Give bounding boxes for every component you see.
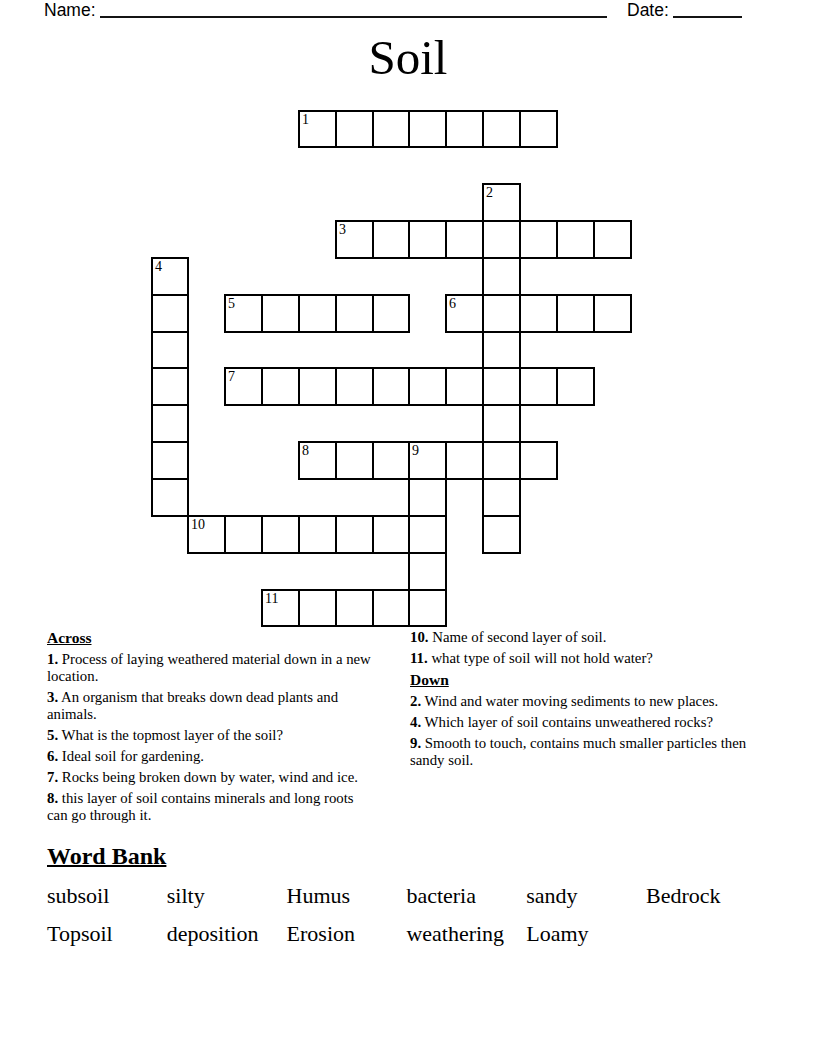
grid-cell-r5-c2[interactable]: 5 [224,294,263,333]
grid-cell-r4-c9[interactable] [482,257,521,296]
grid-cell-r9-c4[interactable]: 8 [298,441,337,480]
cell-number-11: 11 [265,592,278,606]
grid-cell-r11-c2[interactable] [224,515,263,554]
grid-cell-r0-c5[interactable] [335,110,374,148]
cell-number-7: 7 [228,370,235,384]
grid-cell-r5-c0[interactable] [151,294,189,333]
across-clues-list: 1. Process of laying weathered material … [47,651,375,824]
word-bank: Word Bank subsoilsiltyHumusbacteriasandy… [47,842,766,946]
grid-cell-r2-c9[interactable]: 2 [482,183,521,222]
down-heading: Down [410,671,750,688]
word-bank-row-1: subsoilsiltyHumusbacteriasandyBedrock [47,883,766,908]
grid-cell-r5-c9[interactable] [482,294,521,333]
down-clues-column: 10. Name of second layer of soil.11. wha… [410,629,750,773]
grid-cell-r3-c8[interactable] [445,220,484,259]
word-bank-word-silty: silty [167,883,287,908]
word-bank-word-subsoil: subsoil [47,883,167,908]
grid-cell-r9-c10[interactable] [519,441,558,480]
grid-cell-r13-c7[interactable] [408,589,447,627]
cell-number-8: 8 [302,444,309,458]
word-bank-word-erosion: Erosion [287,921,407,946]
grid-cell-r0-c10[interactable] [519,110,558,148]
grid-cell-r3-c10[interactable] [519,220,558,259]
word-bank-rows: subsoilsiltyHumusbacteriasandyBedrockTop… [47,883,766,946]
word-bank-word-loamy: Loamy [526,921,646,946]
grid-cell-r11-c4[interactable] [298,515,337,554]
grid-cell-r6-c0[interactable] [151,331,189,369]
grid-cell-r11-c1[interactable]: 10 [187,515,226,554]
grid-cell-r9-c7[interactable]: 9 [408,441,447,480]
grid-cell-r8-c0[interactable] [151,404,189,443]
grid-cell-r0-c9[interactable] [482,110,521,148]
date-blank-line[interactable] [673,0,742,18]
clue-7: 7. Rocks being broken down by water, win… [47,769,375,786]
grid-cell-r7-c2[interactable]: 7 [224,367,263,406]
cell-number-3: 3 [339,223,346,237]
grid-cell-r9-c5[interactable] [335,441,374,480]
grid-cell-r3-c11[interactable] [556,220,595,259]
grid-cell-r7-c3[interactable] [261,367,300,406]
grid-cell-r5-c10[interactable] [519,294,558,333]
grid-cell-r5-c12[interactable] [593,294,632,333]
grid-cell-r11-c7[interactable] [408,515,447,554]
grid-cell-r11-c6[interactable] [372,515,410,554]
clue-9: 9. Smooth to touch, contains much smalle… [410,735,750,769]
grid-cell-r5-c8[interactable]: 6 [445,294,484,333]
grid-cell-r0-c6[interactable] [372,110,410,148]
cell-number-6: 6 [449,297,456,311]
grid-cell-r3-c5[interactable]: 3 [335,220,374,259]
grid-cell-r13-c5[interactable] [335,589,374,627]
grid-cell-r9-c8[interactable] [445,441,484,480]
grid-cell-r13-c6[interactable] [372,589,410,627]
grid-cell-r3-c9[interactable] [482,220,521,259]
grid-cell-r8-c9[interactable] [482,404,521,443]
grid-cell-r10-c9[interactable] [482,478,521,517]
word-bank-word-deposition: deposition [167,921,287,946]
grid-cell-r5-c3[interactable] [261,294,300,333]
grid-cell-r10-c7[interactable] [408,478,447,517]
grid-cell-r0-c7[interactable] [408,110,447,148]
across-heading: Across [47,629,375,646]
grid-cell-r7-c4[interactable] [298,367,337,406]
clue-4: 4. Which layer of soil contains unweathe… [410,714,750,731]
word-bank-row-2: TopsoildepositionErosionweatheringLoamy [47,921,766,946]
clue-2: 2. Wind and water moving sediments to ne… [410,693,750,710]
clue-6: 6. Ideal soil for gardening. [47,748,375,765]
grid-cell-r3-c6[interactable] [372,220,410,259]
grid-cell-r7-c9[interactable] [482,367,521,406]
grid-cell-r13-c3[interactable]: 11 [261,589,300,627]
clue-5: 5. What is the topmost layer of the soil… [47,727,375,744]
grid-cell-r7-c6[interactable] [372,367,410,406]
grid-cell-r7-c10[interactable] [519,367,558,406]
word-bank-word-topsoil: Topsoil [47,921,167,946]
word-bank-word-bacteria: bacteria [406,883,526,908]
grid-cell-r7-c5[interactable] [335,367,374,406]
cell-number-4: 4 [155,260,162,274]
grid-cell-r7-c7[interactable] [408,367,447,406]
across-clues-column: Across 1. Process of laying weathered ma… [47,629,375,828]
clue-3: 3. An organism that breaks down dead pla… [47,689,375,723]
grid-cell-r3-c12[interactable] [593,220,632,259]
name-blank-line[interactable] [100,0,607,18]
grid-cell-r9-c0[interactable] [151,441,189,480]
grid-cell-r11-c9[interactable] [482,515,521,554]
cell-number-9: 9 [412,444,419,458]
grid-cell-r4-c0[interactable]: 4 [151,257,189,296]
grid-cell-r11-c5[interactable] [335,515,374,554]
grid-cell-r7-c8[interactable] [445,367,484,406]
word-bank-word-bedrock: Bedrock [646,883,766,908]
grid-cell-r5-c6[interactable] [372,294,410,333]
clue-10: 10. Name of second layer of soil. [410,629,750,646]
clue-1: 1. Process of laying weathered material … [47,651,375,685]
grid-cell-r0-c4[interactable]: 1 [298,110,337,148]
cell-number-5: 5 [228,297,235,311]
clue-8: 8. this layer of soil contains minerals … [47,790,375,824]
cell-number-10: 10 [191,518,205,532]
grid-cell-r0-c8[interactable] [445,110,484,148]
grid-cell-r7-c0[interactable] [151,367,189,406]
grid-cell-r11-c3[interactable] [261,515,300,554]
grid-cell-r5-c4[interactable] [298,294,337,333]
clue-11: 11. what type of soil will not hold wate… [410,650,750,667]
grid-cell-r5-c5[interactable] [335,294,374,333]
grid-cell-r12-c7[interactable] [408,552,447,591]
cell-number-2: 2 [486,186,493,200]
grid-cell-r6-c9[interactable] [482,331,521,369]
grid-cell-r10-c0[interactable] [151,478,189,517]
grid-cell-r9-c6[interactable] [372,441,410,480]
word-bank-word-sandy: sandy [526,883,646,908]
grid-cell-r5-c11[interactable] [556,294,595,333]
cell-number-1: 1 [302,113,309,127]
grid-cell-r3-c7[interactable] [408,220,447,259]
word-bank-heading: Word Bank [47,842,766,870]
page-title: Soil [0,32,816,84]
grid-cell-r9-c9[interactable] [482,441,521,480]
word-bank-word-weathering: weathering [406,921,526,946]
grid-cell-r7-c11[interactable] [556,367,595,406]
word-bank-word-humus: Humus [287,883,407,908]
date-label: Date: [627,0,669,20]
worksheet-page: Name: Date: Soil 1356789101124 Across 1.… [0,0,816,1056]
grid-cell-r13-c4[interactable] [298,589,337,627]
name-label: Name: [44,0,96,20]
right-clues-list: 10. Name of second layer of soil.11. wha… [410,629,750,769]
